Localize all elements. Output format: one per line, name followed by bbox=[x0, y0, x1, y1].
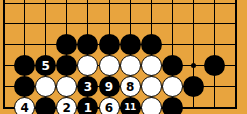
stone-white bbox=[77, 55, 98, 76]
stone-black bbox=[183, 76, 204, 97]
stone-black-11: 11 bbox=[120, 97, 141, 114]
stone-black bbox=[56, 34, 77, 55]
move-number: 9 bbox=[105, 80, 113, 92]
stone-white bbox=[162, 76, 183, 97]
stone-black-5: 5 bbox=[35, 55, 56, 76]
grid-horizontal bbox=[3, 23, 238, 24]
stone-white-8: 8 bbox=[120, 76, 141, 97]
board-edge-vertical bbox=[3, 0, 5, 109]
stone-black bbox=[14, 76, 35, 97]
stone-black-3: 3 bbox=[77, 76, 98, 97]
stone-white bbox=[35, 76, 56, 97]
stone-white bbox=[120, 55, 141, 76]
stone-black bbox=[162, 97, 183, 114]
stone-black-9: 9 bbox=[99, 76, 120, 97]
stone-black bbox=[141, 34, 162, 55]
stone-white bbox=[141, 76, 162, 97]
stone-black bbox=[77, 34, 98, 55]
move-number: 5 bbox=[42, 59, 50, 71]
stone-white bbox=[56, 76, 77, 97]
stone-white bbox=[141, 55, 162, 76]
stone-white-2: 2 bbox=[56, 97, 77, 114]
move-number: 8 bbox=[126, 80, 134, 92]
stone-black bbox=[99, 34, 120, 55]
stone-black bbox=[204, 55, 225, 76]
stone-white-4: 4 bbox=[14, 97, 35, 114]
move-number: 2 bbox=[63, 101, 71, 113]
stone-black-1: 1 bbox=[77, 97, 98, 114]
grid-horizontal bbox=[3, 3, 238, 4]
stone-black bbox=[35, 97, 56, 114]
stone-white bbox=[99, 55, 120, 76]
stone-black bbox=[14, 55, 35, 76]
move-number: 11 bbox=[124, 103, 136, 112]
move-number: 4 bbox=[20, 101, 28, 113]
hoshi-point bbox=[191, 63, 196, 68]
stone-black bbox=[120, 34, 141, 55]
move-number: 3 bbox=[84, 80, 92, 92]
board-edge-vertical bbox=[235, 0, 237, 109]
stone-black bbox=[162, 55, 183, 76]
stone-white-6: 6 bbox=[99, 97, 120, 114]
stone-black bbox=[56, 55, 77, 76]
stone-white bbox=[141, 97, 162, 114]
move-number: 1 bbox=[84, 101, 92, 113]
go-board[interactable]: 5398421611 bbox=[0, 0, 247, 114]
move-number: 6 bbox=[105, 101, 113, 113]
